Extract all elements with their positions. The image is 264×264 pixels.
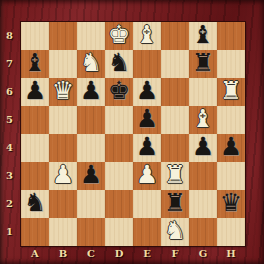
white-rook-h6[interactable]: ♜: [220, 77, 242, 105]
square-h6[interactable]: ♜: [217, 78, 245, 106]
white-pawn-e3[interactable]: ♟: [136, 161, 158, 189]
square-c1[interactable]: [77, 218, 105, 246]
square-f2[interactable]: ♜: [161, 190, 189, 218]
square-b6[interactable]: ♛: [49, 78, 77, 106]
black-pawn-e4[interactable]: ♟: [136, 133, 158, 161]
square-e3[interactable]: ♟: [133, 162, 161, 190]
rank-label-6: 6: [0, 78, 19, 106]
square-c3[interactable]: ♟: [77, 162, 105, 190]
square-a3[interactable]: [21, 162, 49, 190]
file-label-c: C: [77, 246, 105, 264]
file-label-h: H: [217, 246, 245, 264]
square-h2[interactable]: ♛: [217, 190, 245, 218]
square-c2[interactable]: [77, 190, 105, 218]
square-c7[interactable]: ♞: [77, 50, 105, 78]
square-f8[interactable]: [161, 22, 189, 50]
rank-label-5: 5: [0, 106, 19, 134]
white-pawn-b3[interactable]: ♟: [52, 161, 74, 189]
square-h3[interactable]: [217, 162, 245, 190]
file-label-a: A: [21, 246, 49, 264]
black-bishop-a7[interactable]: ♝: [24, 49, 46, 77]
square-e7[interactable]: [133, 50, 161, 78]
square-f3[interactable]: ♜: [161, 162, 189, 190]
square-d4[interactable]: [105, 134, 133, 162]
square-c8[interactable]: [77, 22, 105, 50]
square-g6[interactable]: [189, 78, 217, 106]
square-h5[interactable]: [217, 106, 245, 134]
black-pawn-e6[interactable]: ♟: [136, 77, 158, 105]
square-a4[interactable]: [21, 134, 49, 162]
rank-label-4: 4: [0, 134, 19, 162]
square-h1[interactable]: [217, 218, 245, 246]
square-d2[interactable]: [105, 190, 133, 218]
white-knight-c7[interactable]: ♞: [80, 49, 102, 77]
square-e8[interactable]: ♝: [133, 22, 161, 50]
white-rook-f3[interactable]: ♜: [164, 161, 186, 189]
black-knight-d7[interactable]: ♞: [108, 49, 130, 77]
black-pawn-g4[interactable]: ♟: [192, 133, 214, 161]
square-f6[interactable]: [161, 78, 189, 106]
square-e2[interactable]: [133, 190, 161, 218]
black-queen-h2[interactable]: ♛: [220, 189, 242, 217]
square-g8[interactable]: ♝: [189, 22, 217, 50]
white-king-d8[interactable]: ♚: [108, 21, 130, 49]
rank-label-2: 2: [0, 190, 19, 218]
square-b2[interactable]: [49, 190, 77, 218]
square-f1[interactable]: ♞: [161, 218, 189, 246]
square-h8[interactable]: [217, 22, 245, 50]
file-label-b: B: [49, 246, 77, 264]
square-d6[interactable]: ♚: [105, 78, 133, 106]
square-b5[interactable]: [49, 106, 77, 134]
square-g3[interactable]: [189, 162, 217, 190]
square-d8[interactable]: ♚: [105, 22, 133, 50]
square-f7[interactable]: [161, 50, 189, 78]
chess-board: ♚♝♝♝♞♞♜♟♛♟♚♟♜♟♝♟♟♟♟♟♟♜♞♜♛♞: [21, 22, 245, 246]
square-b1[interactable]: [49, 218, 77, 246]
white-queen-b6[interactable]: ♛: [52, 77, 74, 105]
square-g2[interactable]: [189, 190, 217, 218]
white-bishop-e8[interactable]: ♝: [136, 21, 158, 49]
square-g4[interactable]: ♟: [189, 134, 217, 162]
black-king-d6[interactable]: ♚: [108, 77, 130, 105]
black-pawn-c6[interactable]: ♟: [80, 77, 102, 105]
black-pawn-a6[interactable]: ♟: [24, 77, 46, 105]
black-pawn-e5[interactable]: ♟: [136, 105, 158, 133]
white-bishop-g5[interactable]: ♝: [192, 105, 214, 133]
square-g7[interactable]: ♜: [189, 50, 217, 78]
square-f5[interactable]: [161, 106, 189, 134]
white-knight-f1[interactable]: ♞: [164, 217, 186, 245]
file-label-g: G: [189, 246, 217, 264]
rank-label-3: 3: [0, 162, 19, 190]
square-c6[interactable]: ♟: [77, 78, 105, 106]
file-label-d: D: [105, 246, 133, 264]
square-a7[interactable]: ♝: [21, 50, 49, 78]
square-a2[interactable]: ♞: [21, 190, 49, 218]
black-pawn-h4[interactable]: ♟: [220, 133, 242, 161]
file-label-e: E: [133, 246, 161, 264]
square-d3[interactable]: [105, 162, 133, 190]
square-a8[interactable]: [21, 22, 49, 50]
square-g1[interactable]: [189, 218, 217, 246]
black-pawn-c3[interactable]: ♟: [80, 161, 102, 189]
square-c4[interactable]: [77, 134, 105, 162]
rank-label-1: 1: [0, 218, 19, 246]
square-b8[interactable]: [49, 22, 77, 50]
chess-board-frame: 87654321 ABCDEFGH ♚♝♝♝♞♞♜♟♛♟♚♟♜♟♝♟♟♟♟♟♟♜…: [0, 0, 264, 264]
square-f4[interactable]: [161, 134, 189, 162]
square-d1[interactable]: [105, 218, 133, 246]
black-bishop-g8[interactable]: ♝: [192, 21, 214, 49]
black-rook-f2[interactable]: ♜: [164, 189, 186, 217]
square-c5[interactable]: [77, 106, 105, 134]
square-a6[interactable]: ♟: [21, 78, 49, 106]
square-d5[interactable]: [105, 106, 133, 134]
square-b7[interactable]: [49, 50, 77, 78]
square-b3[interactable]: ♟: [49, 162, 77, 190]
square-e4[interactable]: ♟: [133, 134, 161, 162]
black-rook-g7[interactable]: ♜: [192, 49, 214, 77]
file-label-f: F: [161, 246, 189, 264]
square-d7[interactable]: ♞: [105, 50, 133, 78]
rank-label-8: 8: [0, 22, 19, 50]
square-g5[interactable]: ♝: [189, 106, 217, 134]
square-a1[interactable]: [21, 218, 49, 246]
black-knight-a2[interactable]: ♞: [24, 189, 46, 217]
square-a5[interactable]: [21, 106, 49, 134]
square-e6[interactable]: ♟: [133, 78, 161, 106]
square-b4[interactable]: [49, 134, 77, 162]
square-e1[interactable]: [133, 218, 161, 246]
square-e5[interactable]: ♟: [133, 106, 161, 134]
rank-label-7: 7: [0, 50, 19, 78]
square-h7[interactable]: [217, 50, 245, 78]
square-h4[interactable]: ♟: [217, 134, 245, 162]
